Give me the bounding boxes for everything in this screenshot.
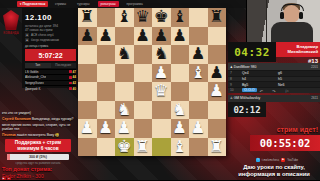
ruble-icon <box>69 82 72 85</box>
player-rating: 2611 <box>311 96 318 100</box>
square-g1[interactable] <box>189 138 208 157</box>
black-move[interactable]: h5 <box>278 77 314 81</box>
white-pawn: ♟ <box>78 119 97 138</box>
chat-username[interactable]: Сергей Калинкин <box>2 117 32 121</box>
square-g3[interactable] <box>189 101 208 120</box>
square-e5[interactable]: ♟ <box>152 64 171 83</box>
flag-icon[interactable]: ⚐ <box>285 89 289 94</box>
lessons-line2: информация в описании <box>230 171 318 178</box>
square-g6[interactable]: ♟ <box>189 45 208 64</box>
square-e1[interactable] <box>152 138 171 157</box>
white-bishop: ♝ <box>171 138 190 157</box>
square-d6[interactable] <box>134 45 153 64</box>
menu-item[interactable]: стримы <box>52 1 69 7</box>
chat-text: кто это не увидел) <box>2 111 31 115</box>
tab-top[interactable]: Топ <box>25 63 51 68</box>
donor-name: SergeyGusev <box>25 81 44 85</box>
white-bishop: ♝ <box>189 64 208 83</box>
menu-item[interactable]: розыгрыш <box>98 1 119 7</box>
donor-name: LS Goblin <box>25 70 39 74</box>
square-g5[interactable]: ♝ <box>189 64 208 83</box>
badge-row: ♦бонус подписчикам <box>25 38 75 43</box>
black-bishop: ♝ <box>171 8 190 27</box>
doorframe <box>266 0 267 42</box>
square-a7[interactable]: ♟ <box>78 27 97 46</box>
square-b4[interactable] <box>97 82 116 101</box>
black-pawn: ♟ <box>152 27 171 46</box>
top-menu-items: стримытурнирырозыгрышпрограмма <box>52 1 146 7</box>
square-f1[interactable]: ♝ <box>171 138 190 157</box>
top-donate-label: Топ донат стрима: <box>2 166 52 172</box>
heart-icon: ♥ <box>20 2 22 6</box>
square-c8[interactable]: ♝ <box>115 8 134 27</box>
streamer-name-line2: Михайловский <box>276 49 318 54</box>
move-number: 7 <box>228 71 242 75</box>
square-d3[interactable] <box>134 101 153 120</box>
black-player-icon: ♟ <box>230 65 233 69</box>
badge-list: ♠ACE chess клуб♦бонус подписчикам <box>25 33 75 43</box>
subscribe-label: Подписаться <box>22 2 45 6</box>
badge-icon: ♦ <box>25 38 29 42</box>
donor-amount: 42 <box>69 81 76 85</box>
white-pawn: ♟ <box>152 64 171 83</box>
square-b7[interactable]: ♟ <box>97 27 116 46</box>
square-e3[interactable] <box>152 101 171 120</box>
square-d4[interactable] <box>134 82 153 101</box>
square-d2[interactable] <box>134 119 153 138</box>
progress-label: 300 ₽ (5%) <box>7 154 69 160</box>
donor-amount: 40 <box>69 87 76 91</box>
follower-subtext-2: 47 новых за стрим <box>25 28 52 32</box>
chess-board[interactable]: ♜♝♛♚♝♜♟♟♟♟♟♞♞♟♟♝♟♛♟♞♞♟♟♟♟♟♚♜♝♜ <box>78 8 226 156</box>
square-g4[interactable] <box>189 82 208 101</box>
webcam-view <box>246 0 320 42</box>
white-move[interactable]: h4 <box>242 77 278 81</box>
chat-text: Вольдемар, когда турнир? <box>32 117 74 121</box>
square-c5[interactable] <box>115 64 134 83</box>
progress-note: средства идут на развитие канала <box>7 162 69 165</box>
black-pawn: ♟ <box>189 45 208 64</box>
chat-message: кто это не увидел) <box>2 111 76 115</box>
square-f6[interactable] <box>171 45 190 64</box>
player-name: GM Mikhailovskiy <box>234 96 260 100</box>
move-number: 8 <box>228 77 242 81</box>
square-a2[interactable]: ♟ <box>78 119 97 138</box>
white-pawn: ♟ <box>115 119 134 138</box>
black-knight: ♞ <box>152 45 171 64</box>
black-pawn: ♟ <box>134 27 153 46</box>
donor-name: Aleksandr_Che <box>25 75 46 79</box>
headphone-cup <box>280 12 284 19</box>
square-h6[interactable] <box>208 45 227 64</box>
square-b6[interactable] <box>97 45 116 64</box>
square-e8[interactable]: ♚ <box>152 8 171 27</box>
square-b2[interactable]: ♟ <box>97 119 116 138</box>
square-d1[interactable]: ♜ <box>134 138 153 157</box>
badge-icon: ♠ <box>25 33 29 37</box>
square-g7[interactable] <box>189 27 208 46</box>
black-queen: ♛ <box>134 8 153 27</box>
donation-service-icon: ▶ <box>2 177 6 181</box>
square-c6[interactable]: ♞ <box>115 45 134 64</box>
countdown-timer: 00:55:02 <box>250 135 320 151</box>
move-san[interactable]: Bg5 <box>242 83 248 87</box>
headphone-cup <box>299 12 303 19</box>
black-pawn: ♟ <box>78 27 97 46</box>
goal-banner-line2: минимум 6 часов <box>17 146 58 152</box>
redo-icon[interactable]: ↷ <box>272 89 276 94</box>
move-nav: ↶ ↷ ⚐ <box>228 89 320 95</box>
chat-message: Сергей Калинкин Вольдемар, когда турнир? <box>2 117 76 121</box>
subscribe-button[interactable]: ♥ Подписаться <box>17 1 48 7</box>
white-queen: ♛ <box>152 82 171 101</box>
square-a1[interactable] <box>78 138 97 157</box>
square-b1[interactable] <box>97 138 116 157</box>
white-knight: ♞ <box>171 101 190 120</box>
square-h4[interactable]: ♟ <box>208 82 227 101</box>
square-a5[interactable] <box>78 64 97 83</box>
square-b3[interactable] <box>97 101 116 120</box>
square-b8[interactable] <box>97 8 116 27</box>
move-san[interactable]: h4 <box>242 77 246 81</box>
social-links-row: tt.me/vmchess▶YouTube <box>234 157 320 162</box>
white-pawn: ♟ <box>208 82 227 101</box>
lessons-line1: Даю уроки по скайпу, <box>230 164 318 171</box>
square-h7[interactable] <box>208 27 227 46</box>
chat-username[interactable]: Печенка <box>2 133 17 137</box>
black-pawn: ♟ <box>208 64 227 83</box>
chat-message: меня против колес черных, спорил, чуть н… <box>2 123 76 132</box>
white-pawn: ♟ <box>171 119 190 138</box>
headphones-band <box>281 4 304 11</box>
white-move[interactable]: Bg5 <box>242 83 278 87</box>
opponent-name: DanilMixer 980 <box>234 65 257 69</box>
ruble-icon <box>69 70 72 73</box>
player-clock: 02:12 <box>228 102 266 117</box>
donation-progress-bar: 300 ₽ (5%) <box>7 154 69 160</box>
square-c7[interactable] <box>115 27 134 46</box>
white-rook: ♜ <box>134 138 153 157</box>
team-logo-caption: КОМАНДА <box>1 31 21 35</box>
ruble-icon <box>69 87 72 90</box>
white-pawn: ♟ <box>97 119 116 138</box>
chat-message: Печенка зашёл посмотреть Вову 😂 <box>2 133 76 137</box>
white-knight: ♞ <box>115 101 134 120</box>
black-pawn: ♟ <box>171 27 190 46</box>
square-f4[interactable] <box>171 82 190 101</box>
white-rook: ♜ <box>208 138 227 157</box>
leaderboard-row: Дмитрий К.40 <box>25 85 76 91</box>
black-pawn: ♟ <box>97 27 116 46</box>
square-a3[interactable] <box>78 101 97 120</box>
move-number: 9 <box>228 83 242 87</box>
square-h5[interactable]: ♟ <box>208 64 227 83</box>
chat-text: зашёл посмотреть Вову 😂 <box>17 133 60 137</box>
streamer-name-banner: Владимир Михайловский <box>276 42 320 57</box>
follower-count: 12.100 <box>25 13 52 22</box>
tab-latest[interactable]: Последние <box>51 63 77 68</box>
move-row[interactable]: 9Bg5Ne6 <box>228 81 320 87</box>
black-move[interactable]: g6 <box>278 71 314 75</box>
square-f3[interactable]: ♞ <box>171 101 190 120</box>
white-move[interactable]: Qe4 <box>242 71 278 75</box>
player-bar: ♙ GM Mikhailovskiy 2611 <box>228 95 320 102</box>
move-row[interactable]: 7Qe4g6 <box>228 70 320 76</box>
square-f8[interactable]: ♝ <box>171 8 190 27</box>
stream-timer: 5:07:22 <box>25 49 76 61</box>
square-e2[interactable] <box>152 119 171 138</box>
stream-timer-label: до конца стрима <box>25 44 76 48</box>
donor-name: Дмитрий К. <box>25 87 41 91</box>
donor-value: 47 <box>73 70 76 74</box>
lessons-text: Даю уроки по скайпу, информация в описан… <box>230 164 318 178</box>
social-handle: t.me/vmchess <box>262 158 279 162</box>
square-d5[interactable] <box>134 64 153 83</box>
donation-service-icon: D <box>7 177 11 181</box>
square-h1[interactable]: ♜ <box>208 138 227 157</box>
square-h2[interactable] <box>208 119 227 138</box>
square-h8[interactable]: ♜ <box>208 8 227 27</box>
square-e4[interactable]: ♛ <box>152 82 171 101</box>
stream-screen: ♥ Подписаться стримытурнирырозыгрышпрогр… <box>0 0 320 180</box>
black-move[interactable]: Ne6 <box>278 83 314 87</box>
leaderboard-tabs: Топ Последние <box>25 63 76 68</box>
square-c4[interactable] <box>115 82 134 101</box>
ruble-icon <box>69 76 72 79</box>
white-pawn: ♟ <box>189 119 208 138</box>
social-icon[interactable]: ▶ <box>281 158 285 162</box>
move-row[interactable]: 8h4h5 <box>228 76 320 82</box>
goal-banner: Поддержка + стрим минимум 6 часов <box>5 139 71 152</box>
undo-icon[interactable]: ↶ <box>259 89 263 94</box>
square-c2[interactable]: ♟ <box>115 119 134 138</box>
move-san[interactable]: Qe4 <box>242 71 249 75</box>
opponent-bar: ♟ DanilMixer 980 2201 <box>228 63 320 70</box>
white-player-icon: ♙ <box>230 96 233 100</box>
square-f7[interactable]: ♟ <box>171 27 190 46</box>
opponent-rating: 2201 <box>311 65 318 69</box>
square-g8[interactable] <box>189 8 208 27</box>
black-bishop: ♝ <box>115 8 134 27</box>
square-a8[interactable]: ♜ <box>78 8 97 27</box>
donor-amount: 47 <box>69 70 76 74</box>
donor-value: 44 <box>73 75 76 79</box>
square-f5[interactable] <box>171 64 190 83</box>
square-f2[interactable]: ♟ <box>171 119 190 138</box>
donor-value: 42 <box>73 81 76 85</box>
square-e7[interactable]: ♟ <box>152 27 171 46</box>
donor-value: 40 <box>73 87 76 91</box>
black-rook: ♜ <box>208 8 227 27</box>
badge-text: бонус подписчикам <box>31 38 59 42</box>
bottom-left-badges: ▶ D <box>2 177 12 181</box>
square-b5[interactable] <box>97 64 116 83</box>
streamer-torso <box>271 22 313 42</box>
square-c1[interactable]: ♚ <box>115 138 134 157</box>
chat-text: меня против колес черных, спорил, чуть н… <box>2 123 70 131</box>
badge-text: ACE chess клуб <box>31 33 54 37</box>
square-d7[interactable]: ♟ <box>134 27 153 46</box>
black-knight: ♞ <box>115 45 134 64</box>
square-a6[interactable] <box>78 45 97 64</box>
square-a4[interactable] <box>78 82 97 101</box>
social-icon[interactable]: t <box>256 158 260 162</box>
donor-amount: 44 <box>69 75 76 79</box>
live-label: стрим идет! <box>240 126 318 133</box>
white-king: ♚ <box>115 138 134 157</box>
black-rook: ♜ <box>78 8 97 27</box>
donation-leaderboard: LS Goblin47Aleksandr_Che44SergeyGusev42Д… <box>25 69 76 91</box>
black-king: ♚ <box>152 8 171 27</box>
square-g2[interactable]: ♟ <box>189 119 208 138</box>
square-c3[interactable]: ♞ <box>115 101 134 120</box>
social-handle: YouTube <box>287 158 298 162</box>
square-d8[interactable]: ♛ <box>134 8 153 27</box>
square-e6[interactable]: ♞ <box>152 45 171 64</box>
square-h3[interactable] <box>208 101 227 120</box>
opponent-clock: 04:32 <box>228 42 276 62</box>
chat-messages: кто это не увидел)Сергей Калинкин Вольде… <box>2 111 76 139</box>
